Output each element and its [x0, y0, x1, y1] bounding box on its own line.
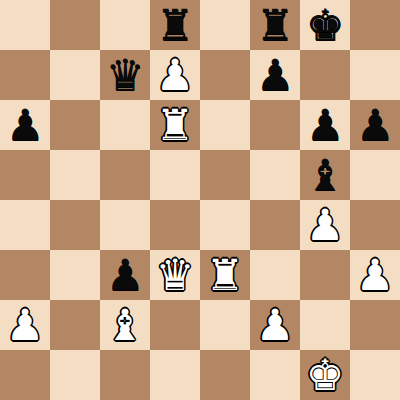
black-pawn-piece[interactable]: ♟ [256, 50, 295, 100]
square-h6[interactable]: ♟ [350, 100, 400, 150]
square-f8[interactable]: ♜ [250, 0, 300, 50]
black-rook-piece[interactable]: ♜ [256, 0, 295, 50]
square-b6[interactable] [50, 100, 100, 150]
square-a3[interactable] [0, 250, 50, 300]
square-g7[interactable] [300, 50, 350, 100]
square-c1[interactable] [100, 350, 150, 400]
square-a7[interactable] [0, 50, 50, 100]
square-h1[interactable] [350, 350, 400, 400]
black-king-piece[interactable]: ♚ [306, 0, 345, 50]
square-e8[interactable] [200, 0, 250, 50]
square-g4[interactable]: ♟ [300, 200, 350, 250]
square-b1[interactable] [50, 350, 100, 400]
square-d5[interactable] [150, 150, 200, 200]
black-pawn-piece[interactable]: ♟ [106, 250, 145, 300]
square-g3[interactable] [300, 250, 350, 300]
square-h8[interactable] [350, 0, 400, 50]
square-c3[interactable]: ♟ [100, 250, 150, 300]
square-d3[interactable]: ♛ [150, 250, 200, 300]
white-pawn-piece[interactable]: ♟ [356, 250, 395, 300]
black-pawn-piece[interactable]: ♟ [306, 100, 345, 150]
white-pawn-piece[interactable]: ♟ [256, 300, 295, 350]
square-b5[interactable] [50, 150, 100, 200]
square-e1[interactable] [200, 350, 250, 400]
square-e4[interactable] [200, 200, 250, 250]
white-bishop-piece[interactable]: ♝ [106, 300, 145, 350]
square-c6[interactable] [100, 100, 150, 150]
square-c2[interactable]: ♝ [100, 300, 150, 350]
square-a6[interactable]: ♟ [0, 100, 50, 150]
square-a2[interactable]: ♟ [0, 300, 50, 350]
white-pawn-piece[interactable]: ♟ [306, 200, 345, 250]
chess-board: ♜♜♚♛♟♟♟♜♟♟♝♟♟♛♜♟♟♝♟♚ [0, 0, 400, 400]
square-e3[interactable]: ♜ [200, 250, 250, 300]
square-f6[interactable] [250, 100, 300, 150]
white-pawn-piece[interactable]: ♟ [6, 300, 45, 350]
square-d6[interactable]: ♜ [150, 100, 200, 150]
square-a1[interactable] [0, 350, 50, 400]
square-c4[interactable] [100, 200, 150, 250]
square-d2[interactable] [150, 300, 200, 350]
square-f7[interactable]: ♟ [250, 50, 300, 100]
square-d1[interactable] [150, 350, 200, 400]
square-h2[interactable] [350, 300, 400, 350]
square-h4[interactable] [350, 200, 400, 250]
black-queen-piece[interactable]: ♛ [106, 50, 145, 100]
white-queen-piece[interactable]: ♛ [156, 250, 195, 300]
square-e5[interactable] [200, 150, 250, 200]
square-b8[interactable] [50, 0, 100, 50]
white-rook-piece[interactable]: ♜ [156, 100, 195, 150]
square-f1[interactable] [250, 350, 300, 400]
square-c7[interactable]: ♛ [100, 50, 150, 100]
square-e6[interactable] [200, 100, 250, 150]
white-pawn-piece[interactable]: ♟ [156, 50, 195, 100]
square-d7[interactable]: ♟ [150, 50, 200, 100]
square-b7[interactable] [50, 50, 100, 100]
square-g6[interactable]: ♟ [300, 100, 350, 150]
square-g8[interactable]: ♚ [300, 0, 350, 50]
square-g1[interactable]: ♚ [300, 350, 350, 400]
square-f3[interactable] [250, 250, 300, 300]
square-b3[interactable] [50, 250, 100, 300]
square-d4[interactable] [150, 200, 200, 250]
square-a8[interactable] [0, 0, 50, 50]
square-c5[interactable] [100, 150, 150, 200]
square-f5[interactable] [250, 150, 300, 200]
black-pawn-piece[interactable]: ♟ [6, 100, 45, 150]
square-g2[interactable] [300, 300, 350, 350]
black-bishop-piece[interactable]: ♝ [306, 150, 345, 200]
square-a4[interactable] [0, 200, 50, 250]
white-rook-piece[interactable]: ♜ [206, 250, 245, 300]
square-g5[interactable]: ♝ [300, 150, 350, 200]
square-f4[interactable] [250, 200, 300, 250]
square-a5[interactable] [0, 150, 50, 200]
square-e7[interactable] [200, 50, 250, 100]
square-h7[interactable] [350, 50, 400, 100]
square-b2[interactable] [50, 300, 100, 350]
black-pawn-piece[interactable]: ♟ [356, 100, 395, 150]
black-rook-piece[interactable]: ♜ [156, 0, 195, 50]
square-b4[interactable] [50, 200, 100, 250]
square-c8[interactable] [100, 0, 150, 50]
square-h5[interactable] [350, 150, 400, 200]
square-d8[interactable]: ♜ [150, 0, 200, 50]
square-e2[interactable] [200, 300, 250, 350]
square-f2[interactable]: ♟ [250, 300, 300, 350]
square-h3[interactable]: ♟ [350, 250, 400, 300]
white-king-piece[interactable]: ♚ [306, 350, 345, 400]
